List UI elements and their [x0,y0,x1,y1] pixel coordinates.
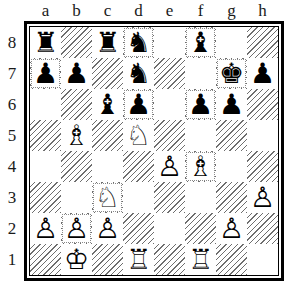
square-f7[interactable] [185,58,216,89]
file-label-c: c [92,0,123,21]
square-f5[interactable] [185,120,216,151]
square-c6[interactable]: ♝ [92,89,123,120]
black-pawn: ♟ [31,59,60,88]
square-g3[interactable] [216,182,247,213]
square-c2[interactable]: ♙ [92,213,123,244]
rank-label-4: 4 [0,151,24,182]
black-king: ♚ [217,59,246,88]
square-a5[interactable] [30,120,61,151]
rank-label-8: 8 [0,27,24,58]
rank-label-5: 5 [0,120,24,151]
file-label-a: a [30,0,61,21]
square-e5[interactable] [154,120,185,151]
black-rook: ♜ [33,29,58,57]
chess-board: ♜♜♞♝♟♟♞♚♟♝♟♟♟♗♘♙♗♘♙♙♙♙♙♔♖♖ [29,26,279,276]
square-d8[interactable]: ♞ [123,27,154,58]
square-b7[interactable]: ♟ [61,58,92,89]
square-g6[interactable]: ♟ [216,89,247,120]
rank-label-3: 3 [0,182,24,213]
rank-label-1: 1 [0,244,24,275]
square-f6[interactable]: ♟ [185,89,216,120]
file-labels: abcdefgh [30,0,278,21]
square-h6[interactable] [247,89,278,120]
white-knight: ♘ [93,183,122,212]
square-b8[interactable] [61,27,92,58]
white-bishop: ♗ [64,122,89,150]
white-pawn: ♙ [33,215,58,243]
white-pawn: ♙ [62,214,91,243]
file-label-b: b [61,0,92,21]
square-f4[interactable]: ♗ [185,151,216,182]
white-king: ♔ [64,246,89,274]
black-pawn: ♟ [124,90,153,119]
square-g2[interactable]: ♙ [216,213,247,244]
square-c1[interactable] [92,244,123,275]
square-h4[interactable] [247,151,278,182]
black-knight: ♞ [126,60,151,88]
white-pawn: ♙ [95,215,120,243]
square-e1[interactable] [154,244,185,275]
square-g8[interactable] [216,27,247,58]
white-bishop: ♗ [186,152,215,181]
black-pawn: ♟ [250,60,275,88]
square-b5[interactable]: ♗ [61,120,92,151]
board-frame: ♜♜♞♝♟♟♞♚♟♝♟♟♟♗♘♙♗♘♙♙♙♙♙♔♖♖ [24,21,284,281]
square-c5[interactable] [92,120,123,151]
square-b1[interactable]: ♔ [61,244,92,275]
square-h3[interactable]: ♙ [247,182,278,213]
square-a6[interactable] [30,89,61,120]
square-a7[interactable]: ♟ [30,58,61,89]
square-c7[interactable] [92,58,123,89]
square-b4[interactable] [61,151,92,182]
file-label-e: e [154,0,185,21]
square-d6[interactable]: ♟ [123,89,154,120]
square-g4[interactable] [216,151,247,182]
black-pawn: ♟ [219,91,244,119]
square-e4[interactable]: ♙ [154,151,185,182]
square-e6[interactable] [154,89,185,120]
black-pawn: ♟ [186,90,215,119]
white-pawn: ♙ [250,184,275,212]
file-label-f: f [185,0,216,21]
file-label-h: h [247,0,278,21]
white-knight: ♘ [126,122,151,150]
square-f3[interactable] [185,182,216,213]
square-b6[interactable] [61,89,92,120]
square-e2[interactable] [154,213,185,244]
square-d2[interactable] [123,213,154,244]
black-bishop: ♝ [95,91,120,119]
chess-diagram: abcdefgh 87654321 ♜♜♞♝♟♟♞♚♟♝♟♟♟♗♘♙♗♘♙♙♙♙… [0,0,284,283]
square-c4[interactable] [92,151,123,182]
rank-label-2: 2 [0,213,24,244]
rank-label-6: 6 [0,89,24,120]
square-h5[interactable] [247,120,278,151]
black-knight: ♞ [124,28,153,57]
white-pawn: ♙ [157,153,182,181]
square-e8[interactable] [154,27,185,58]
square-g5[interactable] [216,120,247,151]
square-h1[interactable] [247,244,278,275]
white-rook: ♖ [188,246,213,274]
square-d1[interactable]: ♖ [123,244,154,275]
square-f2[interactable] [185,213,216,244]
square-h8[interactable] [247,27,278,58]
black-pawn: ♟ [64,60,89,88]
square-h7[interactable]: ♟ [247,58,278,89]
square-a4[interactable] [30,151,61,182]
black-bishop: ♝ [186,28,215,57]
square-d3[interactable] [123,182,154,213]
square-b3[interactable] [61,182,92,213]
square-b2[interactable]: ♙ [61,213,92,244]
square-e7[interactable] [154,58,185,89]
square-d5[interactable]: ♘ [123,120,154,151]
square-d7[interactable]: ♞ [123,58,154,89]
square-a2[interactable]: ♙ [30,213,61,244]
square-d4[interactable] [123,151,154,182]
square-a3[interactable] [30,182,61,213]
square-a8[interactable]: ♜ [30,27,61,58]
square-e3[interactable] [154,182,185,213]
black-rook: ♜ [95,29,120,57]
rank-labels: 87654321 [0,27,24,275]
square-a1[interactable] [30,244,61,275]
white-pawn: ♙ [219,215,244,243]
file-label-d: d [123,0,154,21]
square-g7[interactable]: ♚ [216,58,247,89]
square-f8[interactable]: ♝ [185,27,216,58]
square-c3[interactable]: ♘ [92,182,123,213]
rank-label-7: 7 [0,58,24,89]
white-rook: ♖ [126,246,151,274]
square-f1[interactable]: ♖ [185,244,216,275]
square-h2[interactable] [247,213,278,244]
file-label-g: g [216,0,247,21]
square-c8[interactable]: ♜ [92,27,123,58]
square-g1[interactable] [216,244,247,275]
